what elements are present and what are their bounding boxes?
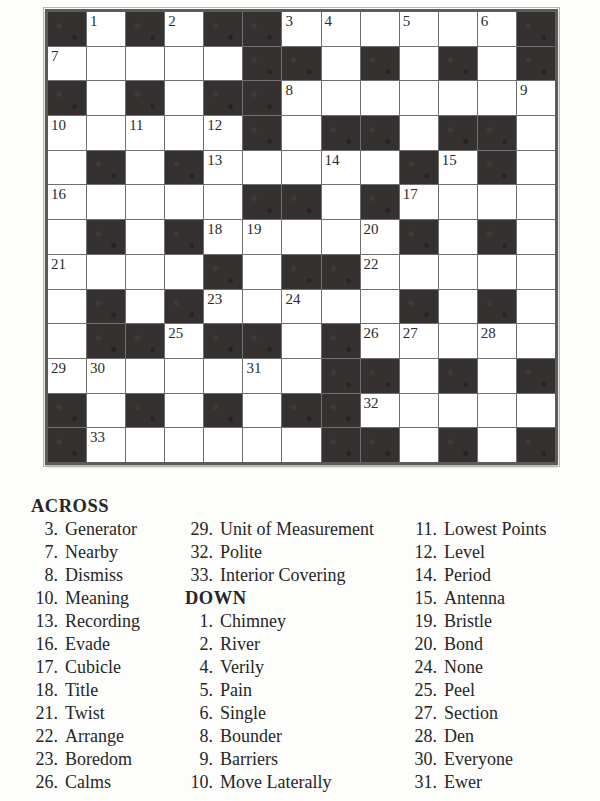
clue-text: Generator	[65, 518, 137, 541]
white-cell-r10-c10[interactable]: 27	[400, 324, 438, 358]
clue-text: Bounder	[220, 725, 282, 748]
clue-number: 12.	[406, 541, 437, 564]
down-clues-list: 1.Chimney2.River4.Verily5.Pain6.Single8.…	[182, 610, 374, 794]
down-clue-30: 30.Everyone	[406, 748, 547, 771]
white-cell-r4-c7[interactable]	[282, 116, 320, 150]
black-cell-r13-c8	[322, 428, 360, 462]
clue-number: 6.	[182, 702, 213, 725]
white-cell-r6-c10[interactable]: 17	[400, 185, 438, 219]
clue-text: Unit of Measurement	[220, 518, 374, 541]
white-cell-r10-c7[interactable]	[282, 324, 320, 358]
black-cell-r8-c7	[282, 255, 320, 289]
white-cell-r4-c3[interactable]: 11	[126, 116, 164, 150]
white-cell-r7-c1[interactable]	[48, 220, 86, 254]
clue-number: 5.	[182, 679, 213, 702]
cell-number: 11	[129, 116, 143, 134]
white-cell-r8-c1[interactable]: 21	[48, 255, 86, 289]
black-cell-r11-c11	[439, 359, 477, 393]
white-cell-r5-c5[interactable]: 13	[204, 151, 242, 185]
clue-number: 15.	[406, 587, 437, 610]
black-cell-r12-c8	[322, 394, 360, 428]
clue-text: Barriers	[220, 748, 278, 771]
black-cell-r10-c3	[126, 324, 164, 358]
clue-text: Cubicle	[65, 656, 121, 679]
black-cell-r9-c10	[400, 290, 438, 324]
white-cell-r5-c1[interactable]	[48, 151, 86, 185]
black-cell-r11-c13	[517, 359, 555, 393]
white-cell-r4-c4[interactable]	[165, 116, 203, 150]
cell-number: 31	[246, 359, 261, 377]
black-cell-r4-c8	[322, 116, 360, 150]
clue-number: 29.	[182, 518, 213, 541]
black-cell-r2-c7	[282, 47, 320, 81]
white-cell-r6-c13[interactable]	[517, 185, 555, 219]
white-cell-r12-c12[interactable]	[478, 394, 516, 428]
white-cell-r5-c7[interactable]	[282, 151, 320, 185]
cell-number: 7	[51, 47, 59, 65]
cell-number: 12	[207, 116, 222, 134]
white-cell-r9-c7[interactable]: 24	[282, 290, 320, 324]
white-cell-r8-c9[interactable]: 22	[361, 255, 399, 289]
white-cell-r3-c7[interactable]: 8	[282, 81, 320, 115]
cell-number: 20	[364, 220, 379, 238]
clue-number: 26.	[28, 771, 58, 794]
clue-number: 33.	[182, 564, 213, 587]
white-cell-r7-c9[interactable]: 20	[361, 220, 399, 254]
black-cell-r5-c4	[165, 151, 203, 185]
white-cell-r9-c13[interactable]	[517, 290, 555, 324]
black-cell-r12-c5	[204, 394, 242, 428]
clue-column-middle: 29.Unit of Measurement32.Polite33.Interi…	[182, 518, 374, 794]
clue-text: Dismiss	[65, 564, 123, 587]
clue-number: 32.	[182, 541, 213, 564]
white-cell-r6-c12[interactable]	[478, 185, 516, 219]
clue-text: Recording	[65, 610, 140, 633]
across-clue-21: 21.Twist	[28, 702, 140, 725]
black-cell-r6-c7	[282, 185, 320, 219]
down-clue-27: 27.Section	[406, 702, 547, 725]
black-cell-r8-c5	[204, 255, 242, 289]
black-cell-r7-c12	[478, 220, 516, 254]
white-cell-r3-c4[interactable]	[165, 81, 203, 115]
white-cell-r7-c7[interactable]	[282, 220, 320, 254]
across-clue-33: 33.Interior Covering	[182, 564, 374, 587]
clue-number: 28.	[406, 725, 437, 748]
white-cell-r13-c7[interactable]	[282, 428, 320, 462]
clue-number: 2.	[182, 633, 213, 656]
white-cell-r2-c8[interactable]	[322, 47, 360, 81]
cell-number: 30	[90, 359, 105, 377]
white-cell-r12-c10[interactable]	[400, 394, 438, 428]
white-cell-r6-c3[interactable]	[126, 185, 164, 219]
white-cell-r7-c3[interactable]	[126, 220, 164, 254]
clue-number: 9.	[182, 748, 213, 771]
white-cell-r5-c13[interactable]	[517, 151, 555, 185]
cell-number: 15	[442, 151, 457, 169]
cell-number: 13	[207, 151, 222, 169]
white-cell-r6-c11[interactable]	[439, 185, 477, 219]
crossword-page: 1234567891011121314151617181920212223242…	[0, 0, 600, 801]
black-cell-r1-c13	[517, 12, 555, 46]
black-cell-r10-c8	[322, 324, 360, 358]
clue-number: 10.	[28, 587, 58, 610]
white-cell-r12-c9[interactable]: 32	[361, 394, 399, 428]
white-cell-r4-c5[interactable]: 12	[204, 116, 242, 150]
black-cell-r3-c1	[48, 81, 86, 115]
clue-column-across: ACROSS 3.Generator7.Nearby8.Dismiss10.Me…	[28, 495, 140, 794]
down-clues-list-2: 11.Lowest Points12.Level14.Period15.Ante…	[406, 518, 547, 794]
black-cell-r12-c7	[282, 394, 320, 428]
clue-text: Interior Covering	[220, 564, 345, 587]
cell-number: 17	[403, 185, 418, 203]
black-cell-r7-c4	[165, 220, 203, 254]
clue-number: 3.	[28, 518, 58, 541]
clue-number: 1.	[182, 610, 213, 633]
white-cell-r9-c9[interactable]	[361, 290, 399, 324]
black-cell-r10-c5	[204, 324, 242, 358]
white-cell-r9-c1[interactable]	[48, 290, 86, 324]
white-cell-r1-c2[interactable]: 1	[87, 12, 125, 46]
white-cell-r6-c5[interactable]	[204, 185, 242, 219]
clue-text: Pain	[220, 679, 252, 702]
white-cell-r11-c2[interactable]: 30	[87, 359, 125, 393]
white-cell-r10-c4[interactable]: 25	[165, 324, 203, 358]
clue-text: Peel	[444, 679, 475, 702]
white-cell-r8-c6[interactable]	[243, 255, 281, 289]
across-clue-3: 3.Generator	[28, 518, 140, 541]
clue-text: Bristle	[444, 610, 492, 633]
across-clue-29: 29.Unit of Measurement	[182, 518, 374, 541]
white-cell-r3-c2[interactable]	[87, 81, 125, 115]
cell-number: 3	[285, 12, 293, 30]
across-clue-22: 22.Arrange	[28, 725, 140, 748]
white-cell-r12-c4[interactable]	[165, 394, 203, 428]
black-cell-r2-c11	[439, 47, 477, 81]
cell-number: 28	[481, 324, 496, 342]
white-cell-r13-c4[interactable]	[165, 428, 203, 462]
down-clue-11: 11.Lowest Points	[406, 518, 547, 541]
white-cell-r2-c10[interactable]	[400, 47, 438, 81]
white-cell-r11-c5[interactable]	[204, 359, 242, 393]
clue-number: 22.	[28, 725, 58, 748]
cell-number: 2	[168, 12, 176, 30]
cell-number: 26	[364, 324, 379, 342]
clue-number: 19.	[406, 610, 437, 633]
cell-number: 18	[207, 220, 222, 238]
black-cell-r11-c8	[322, 359, 360, 393]
clue-text: Twist	[65, 702, 105, 725]
white-cell-r13-c12[interactable]	[478, 428, 516, 462]
white-cell-r11-c1[interactable]: 29	[48, 359, 86, 393]
white-cell-r2-c1[interactable]: 7	[48, 47, 86, 81]
white-cell-r2-c2[interactable]	[87, 47, 125, 81]
down-clue-4: 4.Verily	[182, 656, 374, 679]
down-clue-8: 8.Bounder	[182, 725, 374, 748]
cell-number: 8	[285, 81, 293, 99]
black-cell-r3-c5	[204, 81, 242, 115]
clue-text: Title	[65, 679, 98, 702]
white-cell-r12-c2[interactable]	[87, 394, 125, 428]
white-cell-r5-c6[interactable]	[243, 151, 281, 185]
white-cell-r3-c13[interactable]: 9	[517, 81, 555, 115]
clue-text: Period	[444, 564, 491, 587]
white-cell-r6-c1[interactable]: 16	[48, 185, 86, 219]
white-cell-r11-c7[interactable]	[282, 359, 320, 393]
white-cell-r5-c11[interactable]: 15	[439, 151, 477, 185]
black-cell-r1-c3	[126, 12, 164, 46]
clue-text: Antenna	[444, 587, 505, 610]
clue-text: Evade	[65, 633, 110, 656]
clue-text: Nearby	[65, 541, 118, 564]
cell-number: 9	[520, 81, 528, 99]
white-cell-r7-c8[interactable]	[322, 220, 360, 254]
black-cell-r13-c11	[439, 428, 477, 462]
black-cell-r12-c3	[126, 394, 164, 428]
black-cell-r13-c9	[361, 428, 399, 462]
clue-text: Polite	[220, 541, 262, 564]
white-cell-r3-c8[interactable]	[322, 81, 360, 115]
black-cell-r4-c12	[478, 116, 516, 150]
black-cell-r5-c12	[478, 151, 516, 185]
down-clue-1: 1.Chimney	[182, 610, 374, 633]
clue-text: Verily	[220, 656, 264, 679]
black-cell-r5-c2	[87, 151, 125, 185]
down-clue-6: 6.Single	[182, 702, 374, 725]
cell-number: 33	[90, 428, 105, 446]
clue-text: Level	[444, 541, 485, 564]
clue-text: Ewer	[444, 771, 482, 794]
down-clue-9: 9.Barriers	[182, 748, 374, 771]
cell-number: 24	[285, 290, 300, 308]
clue-text: River	[220, 633, 260, 656]
down-clue-25: 25.Peel	[406, 679, 547, 702]
black-cell-r2-c6	[243, 47, 281, 81]
black-cell-r1-c1	[48, 12, 86, 46]
down-clue-19: 19.Bristle	[406, 610, 547, 633]
clue-text: Single	[220, 702, 266, 725]
cell-number: 25	[168, 324, 183, 342]
white-cell-r3-c10[interactable]	[400, 81, 438, 115]
black-cell-r12-c1	[48, 394, 86, 428]
white-cell-r1-c9[interactable]	[361, 12, 399, 46]
black-cell-r2-c9	[361, 47, 399, 81]
white-cell-r1-c12[interactable]: 6	[478, 12, 516, 46]
down-clue-2: 2.River	[182, 633, 374, 656]
clue-text: Move Laterally	[220, 771, 331, 794]
white-cell-r8-c12[interactable]	[478, 255, 516, 289]
white-cell-r10-c9[interactable]: 26	[361, 324, 399, 358]
black-cell-r9-c4	[165, 290, 203, 324]
black-cell-r13-c1	[48, 428, 86, 462]
black-cell-r3-c6	[243, 81, 281, 115]
black-cell-r10-c2	[87, 324, 125, 358]
clue-number: 7.	[28, 541, 58, 564]
clue-number: 25.	[406, 679, 437, 702]
clue-text: Den	[444, 725, 474, 748]
white-cell-r2-c4[interactable]	[165, 47, 203, 81]
white-cell-r13-c6[interactable]	[243, 428, 281, 462]
down-clue-12: 12.Level	[406, 541, 547, 564]
white-cell-r5-c8[interactable]: 14	[322, 151, 360, 185]
white-cell-r1-c4[interactable]: 2	[165, 12, 203, 46]
clue-text: Chimney	[220, 610, 286, 633]
cell-number: 22	[364, 255, 379, 273]
clue-number: 23.	[28, 748, 58, 771]
white-cell-r8-c4[interactable]	[165, 255, 203, 289]
white-cell-r1-c11[interactable]	[439, 12, 477, 46]
white-cell-r9-c8[interactable]	[322, 290, 360, 324]
white-cell-r4-c1[interactable]: 10	[48, 116, 86, 150]
cell-number: 21	[51, 255, 66, 273]
white-cell-r9-c3[interactable]	[126, 290, 164, 324]
white-cell-r10-c1[interactable]	[48, 324, 86, 358]
black-cell-r10-c6	[243, 324, 281, 358]
white-cell-r13-c5[interactable]	[204, 428, 242, 462]
white-cell-r7-c11[interactable]	[439, 220, 477, 254]
white-cell-r2-c12[interactable]	[478, 47, 516, 81]
black-cell-r11-c9	[361, 359, 399, 393]
clue-number: 18.	[28, 679, 58, 702]
white-cell-r10-c11[interactable]	[439, 324, 477, 358]
clue-number: 14.	[406, 564, 437, 587]
white-cell-r2-c5[interactable]	[204, 47, 242, 81]
white-cell-r4-c13[interactable]	[517, 116, 555, 150]
cell-number: 32	[364, 394, 379, 412]
white-cell-r6-c4[interactable]	[165, 185, 203, 219]
crossword-grid: 1234567891011121314151617181920212223242…	[45, 9, 558, 465]
clue-number: 11.	[406, 518, 437, 541]
clue-text: Meaning	[65, 587, 129, 610]
clue-text: Arrange	[65, 725, 124, 748]
black-cell-r4-c9	[361, 116, 399, 150]
white-cell-r11-c4[interactable]	[165, 359, 203, 393]
across-clue-26: 26.Calms	[28, 771, 140, 794]
across-clue-7: 7.Nearby	[28, 541, 140, 564]
across-clues-list-2: 29.Unit of Measurement32.Polite33.Interi…	[182, 518, 374, 587]
black-cell-r6-c9	[361, 185, 399, 219]
white-cell-r13-c2[interactable]: 33	[87, 428, 125, 462]
white-cell-r8-c3[interactable]	[126, 255, 164, 289]
black-cell-r4-c6	[243, 116, 281, 150]
black-cell-r4-c11	[439, 116, 477, 150]
white-cell-r11-c12[interactable]	[478, 359, 516, 393]
cell-number: 5	[403, 12, 411, 30]
across-clue-23: 23.Boredom	[28, 748, 140, 771]
down-clue-31: 31.Ewer	[406, 771, 547, 794]
across-clue-8: 8.Dismiss	[28, 564, 140, 587]
white-cell-r10-c12[interactable]: 28	[478, 324, 516, 358]
cell-number: 4	[325, 12, 333, 30]
white-cell-r8-c10[interactable]	[400, 255, 438, 289]
white-cell-r5-c3[interactable]	[126, 151, 164, 185]
across-clue-17: 17.Cubicle	[28, 656, 140, 679]
white-cell-r13-c3[interactable]	[126, 428, 164, 462]
white-cell-r1-c10[interactable]: 5	[400, 12, 438, 46]
clue-number: 27.	[406, 702, 437, 725]
white-cell-r8-c13[interactable]	[517, 255, 555, 289]
black-cell-r5-c10	[400, 151, 438, 185]
white-cell-r4-c2[interactable]	[87, 116, 125, 150]
clue-number: 30.	[406, 748, 437, 771]
white-cell-r3-c11[interactable]	[439, 81, 477, 115]
white-cell-r6-c8[interactable]	[322, 185, 360, 219]
down-clue-10: 10.Move Laterally	[182, 771, 374, 794]
black-cell-r9-c12	[478, 290, 516, 324]
cell-number: 1	[90, 12, 98, 30]
white-cell-r7-c6[interactable]: 19	[243, 220, 281, 254]
clue-text: Bond	[444, 633, 483, 656]
black-cell-r1-c5	[204, 12, 242, 46]
cell-number: 27	[403, 324, 418, 342]
white-cell-r11-c10[interactable]	[400, 359, 438, 393]
black-cell-r8-c8	[322, 255, 360, 289]
white-cell-r8-c2[interactable]	[87, 255, 125, 289]
across-clue-16: 16.Evade	[28, 633, 140, 656]
white-cell-r10-c13[interactable]	[517, 324, 555, 358]
white-cell-r13-c10[interactable]	[400, 428, 438, 462]
white-cell-r12-c6[interactable]	[243, 394, 281, 428]
down-clue-5: 5.Pain	[182, 679, 374, 702]
down-clue-20: 20.Bond	[406, 633, 547, 656]
black-cell-r13-c13	[517, 428, 555, 462]
cell-number: 6	[481, 12, 489, 30]
white-cell-r3-c12[interactable]	[478, 81, 516, 115]
white-cell-r12-c13[interactable]	[517, 394, 555, 428]
white-cell-r6-c2[interactable]	[87, 185, 125, 219]
cell-number: 14	[325, 151, 340, 169]
cell-number: 29	[51, 359, 66, 377]
clue-number: 8.	[28, 564, 58, 587]
white-cell-r1-c8[interactable]: 4	[322, 12, 360, 46]
down-clue-28: 28.Den	[406, 725, 547, 748]
black-cell-r7-c2	[87, 220, 125, 254]
white-cell-r7-c5[interactable]: 18	[204, 220, 242, 254]
white-cell-r9-c11[interactable]	[439, 290, 477, 324]
cell-number: 10	[51, 116, 66, 134]
white-cell-r9-c5[interactable]: 23	[204, 290, 242, 324]
white-cell-r11-c6[interactable]: 31	[243, 359, 281, 393]
black-cell-r7-c10	[400, 220, 438, 254]
across-clues-list: 3.Generator7.Nearby8.Dismiss10.Meaning13…	[28, 518, 140, 794]
clue-number: 17.	[28, 656, 58, 679]
across-clue-18: 18.Title	[28, 679, 140, 702]
clue-number: 10.	[182, 771, 213, 794]
white-cell-r2-c3[interactable]	[126, 47, 164, 81]
white-cell-r7-c13[interactable]	[517, 220, 555, 254]
white-cell-r12-c11[interactable]	[439, 394, 477, 428]
black-cell-r1-c6	[243, 12, 281, 46]
across-header: ACROSS	[28, 495, 140, 518]
cell-number: 19	[246, 220, 261, 238]
clue-number: 13.	[28, 610, 58, 633]
white-cell-r11-c3[interactable]	[126, 359, 164, 393]
cell-number: 16	[51, 185, 66, 203]
clue-number: 16.	[28, 633, 58, 656]
white-cell-r4-c10[interactable]	[400, 116, 438, 150]
clue-text: None	[444, 656, 483, 679]
white-cell-r8-c11[interactable]	[439, 255, 477, 289]
down-clue-14: 14.Period	[406, 564, 547, 587]
white-cell-r9-c6[interactable]	[243, 290, 281, 324]
clue-text: Lowest Points	[444, 518, 547, 541]
cell-number: 23	[207, 290, 222, 308]
white-cell-r5-c9[interactable]	[361, 151, 399, 185]
across-clue-13: 13.Recording	[28, 610, 140, 633]
clue-number: 8.	[182, 725, 213, 748]
clue-number: 20.	[406, 633, 437, 656]
white-cell-r3-c9[interactable]	[361, 81, 399, 115]
white-cell-r1-c7[interactable]: 3	[282, 12, 320, 46]
